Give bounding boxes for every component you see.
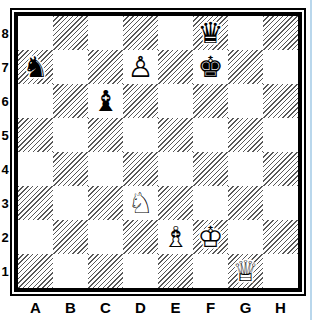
piece-glyph: ♕ <box>233 257 259 286</box>
rank-label-1: 1 <box>0 254 10 288</box>
square-f4 <box>193 152 228 186</box>
square-b1 <box>53 254 88 288</box>
square-h3 <box>263 186 298 220</box>
file-label-f: F <box>193 299 228 316</box>
square-e6 <box>158 84 193 118</box>
square-d8 <box>123 16 158 50</box>
square-b6 <box>53 84 88 118</box>
square-g1: ♛♕ <box>228 254 263 288</box>
file-label-e: E <box>158 299 193 316</box>
square-h6 <box>263 84 298 118</box>
rank-label-5: 5 <box>0 118 10 152</box>
black-queen-f8: ♛♛ <box>193 16 228 50</box>
square-a2 <box>18 220 53 254</box>
square-c8 <box>88 16 123 50</box>
board-outer-frame: ♛♛♞♞♟♙♚♚♝♝♞♘♝♗♚♔♛♕ <box>10 8 306 296</box>
black-bishop-c6: ♝♝ <box>88 84 123 118</box>
square-b8 <box>53 16 88 50</box>
square-g3 <box>228 186 263 220</box>
square-f7: ♚♚ <box>193 50 228 84</box>
square-a3 <box>18 186 53 220</box>
black-king-f7: ♚♚ <box>193 50 228 84</box>
board: ♛♛♞♞♟♙♚♚♝♝♞♘♝♗♚♔♛♕ <box>18 16 298 288</box>
square-b5 <box>53 118 88 152</box>
square-g8 <box>228 16 263 50</box>
square-c7 <box>88 50 123 84</box>
square-b7 <box>53 50 88 84</box>
square-a7: ♞♞ <box>18 50 53 84</box>
rank-label-7: 7 <box>0 50 10 84</box>
file-label-h: H <box>263 299 298 316</box>
square-e1 <box>158 254 193 288</box>
square-d4 <box>123 152 158 186</box>
square-h7 <box>263 50 298 84</box>
square-h8 <box>263 16 298 50</box>
white-knight-d3: ♞♘ <box>123 186 158 220</box>
square-f1 <box>193 254 228 288</box>
square-a8 <box>18 16 53 50</box>
square-a5 <box>18 118 53 152</box>
file-labels: ABCDEFGH <box>18 299 306 316</box>
square-c6: ♝♝ <box>88 84 123 118</box>
piece-glyph: ♛ <box>198 19 224 48</box>
file-label-a: A <box>18 299 53 316</box>
square-f8: ♛♛ <box>193 16 228 50</box>
rank-label-8: 8 <box>0 16 10 50</box>
square-d5 <box>123 118 158 152</box>
chess-diagram: 87654321 ♛♛♞♞♟♙♚♚♝♝♞♘♝♗♚♔♛♕ ABCDEFGH <box>0 8 306 316</box>
square-b4 <box>53 152 88 186</box>
square-c3 <box>88 186 123 220</box>
rank-label-3: 3 <box>0 186 10 220</box>
square-h4 <box>263 152 298 186</box>
piece-glyph: ♗ <box>163 223 189 252</box>
file-label-g: G <box>228 299 263 316</box>
square-a6 <box>18 84 53 118</box>
white-queen-g1: ♛♕ <box>228 254 263 288</box>
square-b2 <box>53 220 88 254</box>
square-h5 <box>263 118 298 152</box>
board-inner-frame: ♛♛♞♞♟♙♚♚♝♝♞♘♝♗♚♔♛♕ <box>14 12 302 292</box>
square-d1 <box>123 254 158 288</box>
square-c5 <box>88 118 123 152</box>
square-g7 <box>228 50 263 84</box>
square-e8 <box>158 16 193 50</box>
piece-glyph: ♘ <box>128 189 154 218</box>
square-a1 <box>18 254 53 288</box>
square-g2 <box>228 220 263 254</box>
square-d6 <box>123 84 158 118</box>
piece-glyph: ♚ <box>198 53 224 82</box>
board-with-rank-labels: 87654321 ♛♛♞♞♟♙♚♚♝♝♞♘♝♗♚♔♛♕ <box>0 8 306 296</box>
rank-labels: 87654321 <box>0 8 10 288</box>
piece-glyph: ♔ <box>198 223 224 252</box>
square-a4 <box>18 152 53 186</box>
square-e3 <box>158 186 193 220</box>
square-c4 <box>88 152 123 186</box>
rank-label-2: 2 <box>0 220 10 254</box>
square-d2 <box>123 220 158 254</box>
square-f3 <box>193 186 228 220</box>
chess-diagram-page: 87654321 ♛♛♞♞♟♙♚♚♝♝♞♘♝♗♚♔♛♕ ABCDEFGH <box>0 0 314 320</box>
square-e2: ♝♗ <box>158 220 193 254</box>
file-label-c: C <box>88 299 123 316</box>
square-e4 <box>158 152 193 186</box>
white-bishop-e2: ♝♗ <box>158 220 193 254</box>
rank-label-6: 6 <box>0 84 10 118</box>
black-knight-a7: ♞♞ <box>18 50 53 84</box>
square-h1 <box>263 254 298 288</box>
file-label-d: D <box>123 299 158 316</box>
square-c2 <box>88 220 123 254</box>
square-b3 <box>53 186 88 220</box>
image-right-edge-artifact <box>310 0 312 320</box>
square-f6 <box>193 84 228 118</box>
square-f5 <box>193 118 228 152</box>
square-c1 <box>88 254 123 288</box>
square-d7: ♟♙ <box>123 50 158 84</box>
white-king-f2: ♚♔ <box>193 220 228 254</box>
square-e5 <box>158 118 193 152</box>
square-h2 <box>263 220 298 254</box>
piece-glyph: ♞ <box>23 53 49 82</box>
square-g5 <box>228 118 263 152</box>
square-g4 <box>228 152 263 186</box>
piece-glyph: ♙ <box>128 53 154 82</box>
square-e7 <box>158 50 193 84</box>
square-g6 <box>228 84 263 118</box>
square-d3: ♞♘ <box>123 186 158 220</box>
rank-label-4: 4 <box>0 152 10 186</box>
piece-glyph: ♝ <box>93 87 119 116</box>
white-pawn-d7: ♟♙ <box>123 50 158 84</box>
file-label-b: B <box>53 299 88 316</box>
square-f2: ♚♔ <box>193 220 228 254</box>
